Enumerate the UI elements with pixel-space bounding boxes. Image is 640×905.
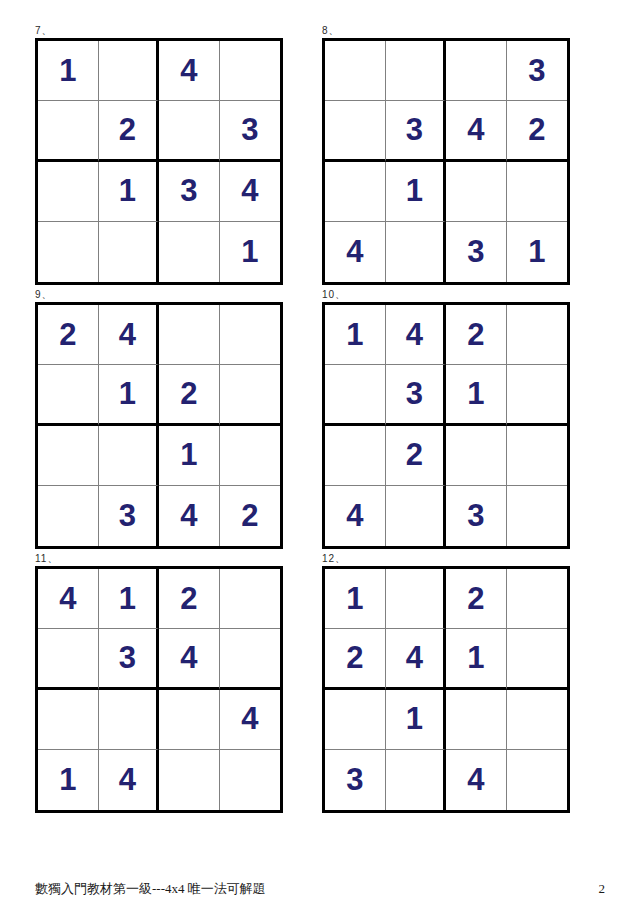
puzzle-12-cell-r4c1: 3 (325, 750, 386, 810)
puzzle-11-cell-r3c2 (99, 690, 160, 750)
puzzle-7: 7、 14231341 (35, 26, 283, 285)
puzzle-12-cell-r2c2: 4 (386, 629, 447, 689)
puzzle-10-cell-r4c4 (507, 486, 568, 546)
puzzle-12-cell-r1c2 (386, 569, 447, 629)
puzzle-7-cell-r3c1 (38, 162, 99, 222)
puzzle-7-cell-r3c4: 4 (220, 162, 281, 222)
puzzle-8-cell-r2c3: 4 (446, 101, 507, 161)
puzzle-9-cell-r2c1 (38, 365, 99, 425)
puzzle-7-cell-r2c4: 3 (220, 101, 281, 161)
puzzle-11-cell-r1c3: 2 (159, 569, 220, 629)
puzzle-10-cell-r4c3: 3 (446, 486, 507, 546)
puzzle-10-cell-r2c3: 1 (446, 365, 507, 425)
puzzle-11-label: 11、 (35, 554, 283, 564)
puzzle-7-cell-r3c2: 1 (99, 162, 160, 222)
puzzle-11-cell-r1c1: 4 (38, 569, 99, 629)
puzzle-9-cell-r1c1: 2 (38, 305, 99, 365)
puzzle-7-board: 14231341 (35, 38, 283, 285)
puzzle-10-label: 10、 (322, 290, 570, 300)
puzzle-9-board: 24121342 (35, 302, 283, 549)
puzzle-8-cell-r1c2 (386, 41, 447, 101)
puzzle-11-cell-r2c1 (38, 629, 99, 689)
puzzle-12-cell-r1c3: 2 (446, 569, 507, 629)
puzzle-12-cell-r3c1 (325, 690, 386, 750)
worksheet-page: 7、 14231341 8、 33421431 9、 24121342 10、 … (0, 0, 640, 905)
puzzle-7-cell-r1c2 (99, 41, 160, 101)
puzzle-10-cell-r2c2: 3 (386, 365, 447, 425)
puzzle-7-cell-r3c3: 3 (159, 162, 220, 222)
puzzle-11-board: 41234414 (35, 566, 283, 813)
puzzle-8-cell-r1c3 (446, 41, 507, 101)
puzzle-7-cell-r1c3: 4 (159, 41, 220, 101)
puzzle-8-cell-r3c2: 1 (386, 162, 447, 222)
puzzle-8-cell-r4c3: 3 (446, 222, 507, 282)
page-footer: 數獨入門教材第一級---4x4 唯一法可解題 2 (35, 880, 605, 898)
puzzle-10-cell-r2c1 (325, 365, 386, 425)
puzzle-12-cell-r1c4 (507, 569, 568, 629)
puzzle-12-label: 12、 (322, 554, 570, 564)
puzzle-8-cell-r4c2 (386, 222, 447, 282)
puzzle-7-cell-r4c2 (99, 222, 160, 282)
puzzle-10: 10、 14231243 (322, 290, 570, 549)
puzzle-8-cell-r2c1 (325, 101, 386, 161)
puzzle-12-board: 12241134 (322, 566, 570, 813)
puzzle-7-cell-r4c3 (159, 222, 220, 282)
puzzle-12-cell-r3c2: 1 (386, 690, 447, 750)
puzzle-7-cell-r1c1: 1 (38, 41, 99, 101)
puzzle-9-cell-r4c1 (38, 486, 99, 546)
puzzle-11-cell-r3c1 (38, 690, 99, 750)
puzzle-12-cell-r4c3: 4 (446, 750, 507, 810)
puzzle-12-cell-r1c1: 1 (325, 569, 386, 629)
puzzle-10-cell-r1c1: 1 (325, 305, 386, 365)
puzzle-10-cell-r3c3 (446, 426, 507, 486)
puzzle-9-cell-r2c3: 2 (159, 365, 220, 425)
puzzle-11-cell-r2c4 (220, 629, 281, 689)
puzzle-10-cell-r3c2: 2 (386, 426, 447, 486)
puzzle-11-cell-r2c3: 4 (159, 629, 220, 689)
puzzle-8-cell-r1c4: 3 (507, 41, 568, 101)
puzzle-10-cell-r1c3: 2 (446, 305, 507, 365)
puzzle-10-cell-r3c1 (325, 426, 386, 486)
puzzle-10-board: 14231243 (322, 302, 570, 549)
puzzle-8-cell-r3c1 (325, 162, 386, 222)
puzzle-9-cell-r1c4 (220, 305, 281, 365)
puzzle-11-cell-r2c2: 3 (99, 629, 160, 689)
puzzle-9-cell-r4c3: 4 (159, 486, 220, 546)
puzzle-8-cell-r3c3 (446, 162, 507, 222)
puzzle-10-cell-r1c2: 4 (386, 305, 447, 365)
puzzle-10-cell-r3c4 (507, 426, 568, 486)
puzzle-9-cell-r4c2: 3 (99, 486, 160, 546)
puzzle-12-cell-r4c2 (386, 750, 447, 810)
puzzle-9-cell-r1c3 (159, 305, 220, 365)
puzzle-12-cell-r2c4 (507, 629, 568, 689)
puzzle-12-cell-r4c4 (507, 750, 568, 810)
puzzle-11-cell-r3c4: 4 (220, 690, 281, 750)
puzzle-9-cell-r3c1 (38, 426, 99, 486)
puzzle-7-cell-r4c4: 1 (220, 222, 281, 282)
puzzle-12-cell-r3c3 (446, 690, 507, 750)
puzzle-8-cell-r2c4: 2 (507, 101, 568, 161)
puzzle-11: 11、 41234414 (35, 554, 283, 813)
puzzle-9-cell-r2c4 (220, 365, 281, 425)
puzzle-9-cell-r3c3: 1 (159, 426, 220, 486)
puzzle-11-cell-r4c1: 1 (38, 750, 99, 810)
puzzle-10-cell-r2c4 (507, 365, 568, 425)
puzzle-7-cell-r2c1 (38, 101, 99, 161)
puzzle-11-cell-r3c3 (159, 690, 220, 750)
puzzle-9-cell-r2c2: 1 (99, 365, 160, 425)
puzzle-8-cell-r4c4: 1 (507, 222, 568, 282)
puzzle-8-cell-r3c4 (507, 162, 568, 222)
puzzle-10-cell-r4c1: 4 (325, 486, 386, 546)
puzzle-7-cell-r2c2: 2 (99, 101, 160, 161)
puzzle-12: 12、 12241134 (322, 554, 570, 813)
puzzle-9-cell-r1c2: 4 (99, 305, 160, 365)
puzzle-11-cell-r4c4 (220, 750, 281, 810)
puzzle-12-cell-r3c4 (507, 690, 568, 750)
puzzle-11-cell-r1c4 (220, 569, 281, 629)
puzzle-7-cell-r4c1 (38, 222, 99, 282)
puzzle-8-board: 33421431 (322, 38, 570, 285)
puzzle-7-cell-r1c4 (220, 41, 281, 101)
puzzle-8-label: 8、 (322, 26, 570, 36)
puzzle-9-label: 9、 (35, 290, 283, 300)
puzzle-10-cell-r4c2 (386, 486, 447, 546)
footer-page-number: 2 (599, 881, 606, 897)
puzzle-8-cell-r1c1 (325, 41, 386, 101)
puzzle-8-cell-r4c1: 4 (325, 222, 386, 282)
puzzle-9-cell-r4c4: 2 (220, 486, 281, 546)
puzzle-9-cell-r3c4 (220, 426, 281, 486)
puzzle-11-cell-r4c2: 4 (99, 750, 160, 810)
footer-title: 數獨入門教材第一級---4x4 唯一法可解題 (35, 880, 266, 898)
puzzle-11-cell-r4c3 (159, 750, 220, 810)
puzzle-11-cell-r1c2: 1 (99, 569, 160, 629)
puzzle-10-cell-r1c4 (507, 305, 568, 365)
puzzle-12-cell-r2c3: 1 (446, 629, 507, 689)
puzzle-9: 9、 24121342 (35, 290, 283, 549)
puzzle-7-label: 7、 (35, 26, 283, 36)
puzzle-8-cell-r2c2: 3 (386, 101, 447, 161)
puzzle-grid-layout: 7、 14231341 8、 33421431 9、 24121342 10、 … (35, 26, 570, 813)
puzzle-12-cell-r2c1: 2 (325, 629, 386, 689)
puzzle-8: 8、 33421431 (322, 26, 570, 285)
puzzle-9-cell-r3c2 (99, 426, 160, 486)
puzzle-7-cell-r2c3 (159, 101, 220, 161)
